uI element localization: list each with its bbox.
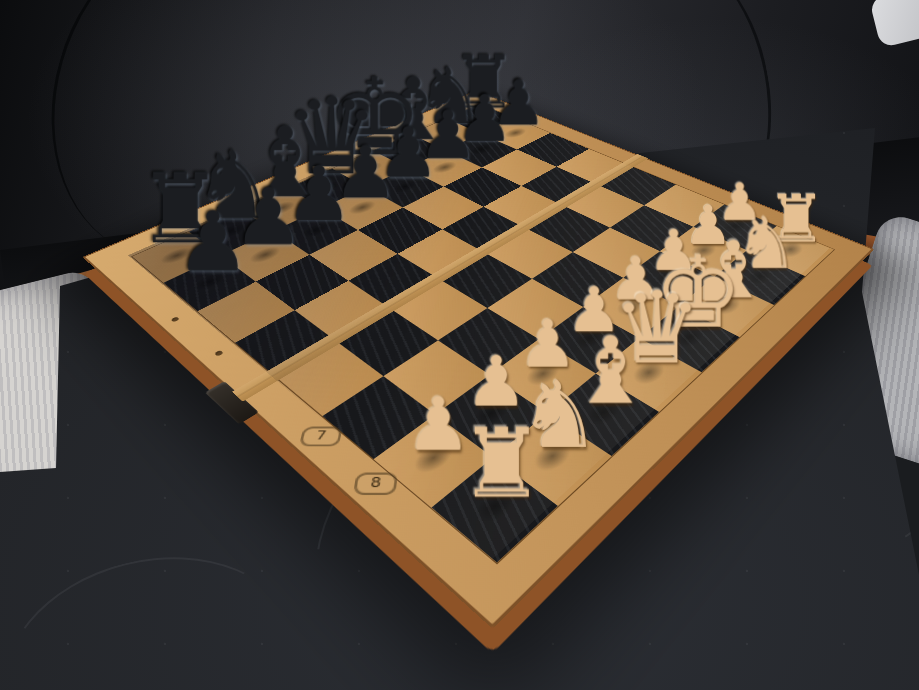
table-scratch [0,527,327,690]
white-rook[interactable]: ♜ [459,416,545,512]
frame-stamp-8: 8 [353,473,398,496]
frame-screw-hole [214,350,224,357]
black-pawn[interactable]: ♟ [176,202,250,285]
frame-stamp-7: 7 [299,427,343,447]
photo-scene: ♜♞♝♛♚♝♞♜♟♟♟♟♟♟♟♟♟♟♟♟♟♟♟♟♜♞♝♛♚♝♞♜ 7 8 [0,0,919,690]
frame-screw-hole [171,316,181,322]
